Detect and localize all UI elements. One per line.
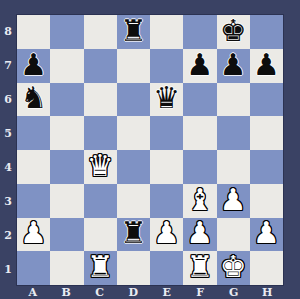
square-a1[interactable] [17,251,50,285]
file-label-f: F [184,285,218,299]
square-e1[interactable] [150,251,183,285]
square-c3[interactable] [84,184,117,218]
rank-label-2: 2 [0,218,16,252]
rank-label-5: 5 [0,116,16,150]
file-label-a: A [16,285,50,299]
piece-white-pawn[interactable]: ♟ [186,218,213,248]
square-e4[interactable] [150,150,183,184]
square-f2[interactable]: ♟ [183,218,216,252]
square-d4[interactable] [117,150,150,184]
file-label-h: H [251,285,285,299]
square-g6[interactable] [217,83,250,117]
square-a3[interactable] [17,184,50,218]
square-f4[interactable] [183,150,216,184]
square-e3[interactable] [150,184,183,218]
file-label-e: E [150,285,184,299]
square-b3[interactable] [50,184,83,218]
square-d3[interactable] [117,184,150,218]
square-h4[interactable] [250,150,283,184]
square-f8[interactable] [183,15,216,49]
square-f7[interactable]: ♟ [183,49,216,83]
square-f5[interactable] [183,116,216,150]
piece-black-rook[interactable]: ♜ [120,16,147,46]
square-c1[interactable]: ♜ [84,251,117,285]
square-c5[interactable] [84,116,117,150]
square-e7[interactable] [150,49,183,83]
file-label-d: D [117,285,151,299]
square-b2[interactable] [50,218,83,252]
square-b1[interactable] [50,251,83,285]
file-label-c: C [83,285,117,299]
square-e8[interactable] [150,15,183,49]
square-a7[interactable]: ♟ [17,49,50,83]
square-h3[interactable] [250,184,283,218]
square-b4[interactable] [50,150,83,184]
piece-white-pawn[interactable]: ♟ [220,185,247,215]
piece-black-pawn[interactable]: ♟ [186,50,213,80]
chess-board[interactable]: ♜♚♟♟♟♟♞♛♛♝♟♟♜♟♟♟♜♜♚ [16,14,284,286]
square-b5[interactable] [50,116,83,150]
piece-black-pawn[interactable]: ♟ [20,50,47,80]
square-h7[interactable]: ♟ [250,49,283,83]
square-g2[interactable] [217,218,250,252]
piece-black-pawn[interactable]: ♟ [220,50,247,80]
square-h8[interactable] [250,15,283,49]
rank-label-8: 8 [0,14,16,48]
square-a6[interactable]: ♞ [17,83,50,117]
square-e5[interactable] [150,116,183,150]
square-c7[interactable] [84,49,117,83]
square-b6[interactable] [50,83,83,117]
rank-label-3: 3 [0,184,16,218]
rank-labels: 87654321 [0,14,16,286]
square-a2[interactable]: ♟ [17,218,50,252]
piece-white-queen[interactable]: ♛ [87,151,114,181]
piece-white-king[interactable]: ♚ [220,252,247,282]
square-c4[interactable]: ♛ [84,150,117,184]
piece-white-rook[interactable]: ♜ [87,252,114,282]
square-d6[interactable] [117,83,150,117]
square-h6[interactable] [250,83,283,117]
square-g8[interactable]: ♚ [217,15,250,49]
chess-diagram: 87654321 ♜♚♟♟♟♟♞♛♛♝♟♟♜♟♟♟♜♜♚ ABCDEFGH [0,0,300,299]
square-b7[interactable] [50,49,83,83]
square-d1[interactable] [117,251,150,285]
file-label-g: G [217,285,251,299]
square-d7[interactable] [117,49,150,83]
piece-white-pawn[interactable]: ♟ [253,218,280,248]
square-b8[interactable] [50,15,83,49]
square-c2[interactable] [84,218,117,252]
piece-white-rook[interactable]: ♜ [186,252,213,282]
square-d5[interactable] [117,116,150,150]
square-f3[interactable]: ♝ [183,184,216,218]
square-d2[interactable]: ♜ [117,218,150,252]
piece-white-pawn[interactable]: ♟ [20,218,47,248]
square-g7[interactable]: ♟ [217,49,250,83]
square-f1[interactable]: ♜ [183,251,216,285]
piece-white-bishop[interactable]: ♝ [186,185,213,215]
square-f6[interactable] [183,83,216,117]
rank-label-6: 6 [0,82,16,116]
square-d8[interactable]: ♜ [117,15,150,49]
piece-black-knight[interactable]: ♞ [20,83,47,113]
square-a5[interactable] [17,116,50,150]
square-a8[interactable] [17,15,50,49]
square-g4[interactable] [217,150,250,184]
square-h1[interactable] [250,251,283,285]
rank-label-1: 1 [0,252,16,286]
square-h2[interactable]: ♟ [250,218,283,252]
square-h5[interactable] [250,116,283,150]
piece-black-queen[interactable]: ♛ [153,83,180,113]
piece-white-pawn[interactable]: ♟ [153,218,180,248]
piece-black-king[interactable]: ♚ [220,16,247,46]
rank-label-4: 4 [0,150,16,184]
square-a4[interactable] [17,150,50,184]
square-e2[interactable]: ♟ [150,218,183,252]
square-g3[interactable]: ♟ [217,184,250,218]
square-e6[interactable]: ♛ [150,83,183,117]
square-g5[interactable] [217,116,250,150]
piece-black-rook[interactable]: ♜ [120,218,147,248]
rank-label-7: 7 [0,48,16,82]
square-c6[interactable] [84,83,117,117]
piece-black-pawn[interactable]: ♟ [253,50,280,80]
file-label-b: B [50,285,84,299]
square-g1[interactable]: ♚ [217,251,250,285]
file-labels: ABCDEFGH [16,285,284,299]
square-c8[interactable] [84,15,117,49]
